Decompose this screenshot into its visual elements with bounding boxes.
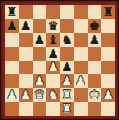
square-c4[interactable] (33, 61, 47, 75)
square-d7[interactable]: ♛ (46, 19, 60, 33)
square-a1[interactable] (5, 102, 19, 116)
square-f3[interactable]: ♟ (74, 74, 88, 88)
square-f2[interactable] (74, 88, 88, 102)
white-rook-icon: ♜ (61, 89, 72, 101)
square-b5[interactable] (19, 47, 33, 61)
square-c6[interactable]: ♟ (33, 33, 47, 47)
square-a5[interactable] (5, 47, 19, 61)
square-c2[interactable]: ♛ (33, 88, 47, 102)
square-h1[interactable] (101, 102, 115, 116)
square-c5[interactable] (33, 47, 47, 61)
square-e6[interactable]: ♞ (60, 33, 74, 47)
square-f7[interactable] (74, 19, 88, 33)
square-g1[interactable] (88, 102, 102, 116)
square-c7[interactable] (33, 19, 47, 33)
square-d2[interactable]: ♞ (46, 88, 60, 102)
square-f4[interactable] (74, 61, 88, 75)
square-a3[interactable] (5, 74, 19, 88)
square-e8[interactable] (60, 5, 74, 19)
square-e2[interactable]: ♜ (60, 88, 74, 102)
black-queen-icon: ♛ (48, 19, 59, 31)
black-rook-icon: ♜ (103, 5, 114, 17)
square-d1[interactable] (46, 102, 60, 116)
square-c1[interactable] (33, 102, 47, 116)
square-c8[interactable] (33, 5, 47, 19)
square-d6[interactable]: ♝ (46, 33, 60, 47)
square-a6[interactable] (5, 33, 19, 47)
square-b8[interactable] (19, 5, 33, 19)
black-pawn-icon: ♟ (20, 19, 31, 31)
square-e1[interactable]: ♜ (60, 102, 74, 116)
square-b6[interactable] (19, 33, 33, 47)
black-king-icon: ♚ (89, 19, 100, 31)
square-f1[interactable] (74, 102, 88, 116)
square-f8[interactable] (74, 5, 88, 19)
square-b7[interactable]: ♟ (19, 19, 33, 33)
square-a7[interactable]: ♟ (5, 19, 19, 33)
white-king-icon: ♚ (89, 89, 100, 101)
square-h8[interactable]: ♜ (101, 5, 115, 19)
white-pawn-icon: ♟ (6, 89, 17, 101)
square-f5[interactable] (74, 47, 88, 61)
square-h4[interactable] (101, 61, 115, 75)
square-h7[interactable] (101, 19, 115, 33)
black-pawn-icon: ♟ (61, 61, 72, 73)
square-g8[interactable] (88, 5, 102, 19)
square-a8[interactable]: ♜ (5, 5, 19, 19)
chess-board: ♜♜♟♟♛♚♟♝♞♟♟♟♟♟♟♟♟♟♛♞♜♚♟♜ (5, 5, 115, 116)
square-h3[interactable] (101, 74, 115, 88)
white-pawn-icon: ♟ (34, 75, 45, 87)
square-d5[interactable]: ♟ (46, 47, 60, 61)
white-queen-icon: ♛ (34, 89, 45, 101)
square-b1[interactable] (19, 102, 33, 116)
square-d4[interactable]: ♟ (46, 61, 60, 75)
square-g3[interactable] (88, 74, 102, 88)
square-h6[interactable] (101, 33, 115, 47)
white-knight-icon: ♞ (48, 89, 59, 101)
square-e3[interactable]: ♟ (60, 74, 74, 88)
square-b3[interactable] (19, 74, 33, 88)
black-bishop-icon: ♝ (48, 33, 59, 45)
square-d8[interactable] (46, 5, 60, 19)
square-e5[interactable] (60, 47, 74, 61)
square-g5[interactable] (88, 47, 102, 61)
square-b2[interactable]: ♟ (19, 88, 33, 102)
white-pawn-icon: ♟ (20, 89, 31, 101)
square-g6[interactable]: ♟ (88, 33, 102, 47)
white-rook-icon: ♜ (61, 103, 72, 115)
black-rook-icon: ♜ (6, 5, 17, 17)
black-pawn-icon: ♟ (89, 33, 100, 45)
black-knight-icon: ♞ (61, 33, 72, 45)
white-pawn-icon: ♟ (48, 61, 59, 73)
white-pawn-icon: ♟ (103, 89, 114, 101)
square-c3[interactable]: ♟ (33, 74, 47, 88)
chess-board-frame: ♜♜♟♟♛♚♟♝♞♟♟♟♟♟♟♟♟♟♛♞♜♚♟♜ (0, 0, 119, 120)
white-pawn-icon: ♟ (75, 75, 86, 87)
square-e7[interactable] (60, 19, 74, 33)
white-pawn-icon: ♟ (61, 75, 72, 87)
square-h2[interactable]: ♟ (101, 88, 115, 102)
square-g2[interactable]: ♚ (88, 88, 102, 102)
square-a2[interactable]: ♟ (5, 88, 19, 102)
square-a4[interactable] (5, 61, 19, 75)
black-pawn-icon: ♟ (48, 47, 59, 59)
black-pawn-icon: ♟ (6, 19, 17, 31)
square-g4[interactable] (88, 61, 102, 75)
square-d3[interactable] (46, 74, 60, 88)
square-f6[interactable] (74, 33, 88, 47)
square-g7[interactable]: ♚ (88, 19, 102, 33)
square-e4[interactable]: ♟ (60, 61, 74, 75)
square-b4[interactable] (19, 61, 33, 75)
square-h5[interactable] (101, 47, 115, 61)
black-pawn-icon: ♟ (34, 33, 45, 45)
